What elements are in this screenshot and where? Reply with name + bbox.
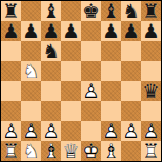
square-f5[interactable] bbox=[101, 61, 121, 81]
square-g8[interactable]: ♞ bbox=[121, 1, 141, 21]
square-f3[interactable] bbox=[101, 101, 121, 121]
black-knight[interactable]: ♞ bbox=[121, 1, 141, 21]
square-g1[interactable] bbox=[121, 141, 141, 161]
square-g7[interactable]: ♟ bbox=[121, 21, 141, 41]
square-a2[interactable]: ♟♙ bbox=[1, 121, 21, 141]
black-bishop-icon: ♝ bbox=[101, 1, 121, 21]
white-pawn-icon: ♙ bbox=[81, 81, 101, 101]
white-bishop-icon: ♗ bbox=[101, 141, 121, 161]
square-a3[interactable] bbox=[1, 101, 21, 121]
black-pawn[interactable]: ♟ bbox=[21, 21, 41, 41]
white-pawn[interactable]: ♟♙ bbox=[121, 121, 141, 141]
black-rook[interactable]: ♜ bbox=[1, 1, 21, 21]
white-rook[interactable]: ♜♖ bbox=[141, 141, 161, 161]
white-rook-icon: ♖ bbox=[141, 141, 161, 161]
black-pawn-icon: ♟ bbox=[1, 21, 21, 41]
black-bishop-icon: ♝ bbox=[41, 1, 61, 21]
black-pawn[interactable]: ♟ bbox=[1, 21, 21, 41]
square-b6[interactable] bbox=[21, 41, 41, 61]
black-knight-icon: ♞ bbox=[121, 1, 141, 21]
square-c3[interactable] bbox=[41, 101, 61, 121]
square-a1[interactable]: ♜♖ bbox=[1, 141, 21, 161]
square-a8[interactable]: ♜ bbox=[1, 1, 21, 21]
black-pawn[interactable]: ♟ bbox=[41, 21, 61, 41]
white-pawn[interactable]: ♟♙ bbox=[41, 121, 61, 141]
square-c6[interactable]: ♞ bbox=[41, 41, 61, 61]
square-b4[interactable] bbox=[21, 81, 41, 101]
square-d4[interactable] bbox=[61, 81, 81, 101]
white-pawn-icon: ♙ bbox=[121, 121, 141, 141]
square-b2[interactable]: ♟♙ bbox=[21, 121, 41, 141]
white-knight[interactable]: ♞♘ bbox=[21, 141, 41, 161]
square-d8[interactable] bbox=[61, 1, 81, 21]
square-b1[interactable]: ♞♘ bbox=[21, 141, 41, 161]
black-rook[interactable]: ♜ bbox=[141, 1, 161, 21]
square-g3[interactable] bbox=[121, 101, 141, 121]
black-pawn-icon: ♟ bbox=[41, 21, 61, 41]
white-bishop[interactable]: ♝♗ bbox=[41, 141, 61, 161]
black-king[interactable]: ♚ bbox=[81, 1, 101, 21]
square-e2[interactable] bbox=[81, 121, 101, 141]
black-king-icon: ♚ bbox=[81, 1, 101, 21]
square-e6[interactable] bbox=[81, 41, 101, 61]
square-c5[interactable] bbox=[41, 61, 61, 81]
square-h7[interactable]: ♟ bbox=[141, 21, 161, 41]
square-g5[interactable] bbox=[121, 61, 141, 81]
white-knight[interactable]: ♞♘ bbox=[21, 61, 41, 81]
square-d7[interactable]: ♟ bbox=[61, 21, 81, 41]
square-b3[interactable] bbox=[21, 101, 41, 121]
square-h8[interactable]: ♜ bbox=[141, 1, 161, 21]
white-pawn[interactable]: ♟♙ bbox=[81, 81, 101, 101]
black-pawn-icon: ♟ bbox=[21, 21, 41, 41]
square-h1[interactable]: ♜♖ bbox=[141, 141, 161, 161]
square-d2[interactable] bbox=[61, 121, 81, 141]
white-pawn[interactable]: ♟♙ bbox=[1, 121, 21, 141]
white-pawn-icon: ♙ bbox=[1, 121, 21, 141]
black-queen-icon: ♛ bbox=[141, 81, 161, 101]
white-queen-icon: ♕ bbox=[61, 141, 81, 161]
white-pawn-icon: ♙ bbox=[141, 121, 161, 141]
black-knight[interactable]: ♞ bbox=[41, 41, 61, 61]
square-b7[interactable]: ♟ bbox=[21, 21, 41, 41]
square-b8[interactable] bbox=[21, 1, 41, 21]
white-pawn-icon: ♙ bbox=[101, 121, 121, 141]
square-h3[interactable] bbox=[141, 101, 161, 121]
white-rook-icon: ♖ bbox=[1, 141, 21, 161]
white-pawn-icon: ♙ bbox=[41, 121, 61, 141]
square-c7[interactable]: ♟ bbox=[41, 21, 61, 41]
black-pawn-icon: ♟ bbox=[101, 21, 121, 41]
black-pawn[interactable]: ♟ bbox=[121, 21, 141, 41]
square-b5[interactable]: ♞♘ bbox=[21, 61, 41, 81]
black-pawn-icon: ♟ bbox=[141, 21, 161, 41]
square-h2[interactable]: ♟♙ bbox=[141, 121, 161, 141]
chess-board: ♜♝♚♝♞♜♟♟♟♟♟♟♟♞♞♘♟♙♛♟♙♟♙♟♙♟♙♟♙♟♙♜♖♞♘♝♗♛♕♚… bbox=[0, 0, 162, 162]
square-e5[interactable] bbox=[81, 61, 101, 81]
white-bishop-icon: ♗ bbox=[41, 141, 61, 161]
white-pawn[interactable]: ♟♙ bbox=[21, 121, 41, 141]
square-d5[interactable] bbox=[61, 61, 81, 81]
white-king-icon: ♔ bbox=[81, 141, 101, 161]
square-c1[interactable]: ♝♗ bbox=[41, 141, 61, 161]
black-rook-icon: ♜ bbox=[1, 1, 21, 21]
square-f7[interactable]: ♟ bbox=[101, 21, 121, 41]
square-e3[interactable] bbox=[81, 101, 101, 121]
square-f6[interactable] bbox=[101, 41, 121, 61]
square-e8[interactable]: ♚ bbox=[81, 1, 101, 21]
square-c8[interactable]: ♝ bbox=[41, 1, 61, 21]
black-pawn-icon: ♟ bbox=[121, 21, 141, 41]
square-d1[interactable]: ♛♕ bbox=[61, 141, 81, 161]
square-e4[interactable]: ♟♙ bbox=[81, 81, 101, 101]
square-e1[interactable]: ♚♔ bbox=[81, 141, 101, 161]
square-a7[interactable]: ♟ bbox=[1, 21, 21, 41]
square-c4[interactable] bbox=[41, 81, 61, 101]
black-bishop[interactable]: ♝ bbox=[101, 1, 121, 21]
white-queen[interactable]: ♛♕ bbox=[61, 141, 81, 161]
square-f2[interactable]: ♟♙ bbox=[101, 121, 121, 141]
black-pawn[interactable]: ♟ bbox=[141, 21, 161, 41]
square-g2[interactable]: ♟♙ bbox=[121, 121, 141, 141]
white-rook[interactable]: ♜♖ bbox=[1, 141, 21, 161]
white-knight-icon: ♘ bbox=[21, 141, 41, 161]
white-king[interactable]: ♚♔ bbox=[81, 141, 101, 161]
square-h5[interactable] bbox=[141, 61, 161, 81]
black-pawn-icon: ♟ bbox=[61, 21, 81, 41]
black-pawn[interactable]: ♟ bbox=[61, 21, 81, 41]
white-pawn-icon: ♙ bbox=[21, 121, 41, 141]
square-e7[interactable] bbox=[81, 21, 101, 41]
white-pawn[interactable]: ♟♙ bbox=[141, 121, 161, 141]
black-knight-icon: ♞ bbox=[41, 41, 61, 61]
black-queen[interactable]: ♛ bbox=[141, 81, 161, 101]
black-bishop[interactable]: ♝ bbox=[41, 1, 61, 21]
black-rook-icon: ♜ bbox=[141, 1, 161, 21]
square-d6[interactable] bbox=[61, 41, 81, 61]
white-knight-icon: ♘ bbox=[21, 61, 41, 81]
square-a5[interactable] bbox=[1, 61, 21, 81]
square-f4[interactable] bbox=[101, 81, 121, 101]
square-g6[interactable] bbox=[121, 41, 141, 61]
white-pawn[interactable]: ♟♙ bbox=[101, 121, 121, 141]
square-h6[interactable] bbox=[141, 41, 161, 61]
square-d3[interactable] bbox=[61, 101, 81, 121]
square-a4[interactable] bbox=[1, 81, 21, 101]
square-h4[interactable]: ♛ bbox=[141, 81, 161, 101]
square-g4[interactable] bbox=[121, 81, 141, 101]
square-c2[interactable]: ♟♙ bbox=[41, 121, 61, 141]
square-f8[interactable]: ♝ bbox=[101, 1, 121, 21]
black-pawn[interactable]: ♟ bbox=[101, 21, 121, 41]
white-bishop[interactable]: ♝♗ bbox=[101, 141, 121, 161]
square-f1[interactable]: ♝♗ bbox=[101, 141, 121, 161]
square-a6[interactable] bbox=[1, 41, 21, 61]
